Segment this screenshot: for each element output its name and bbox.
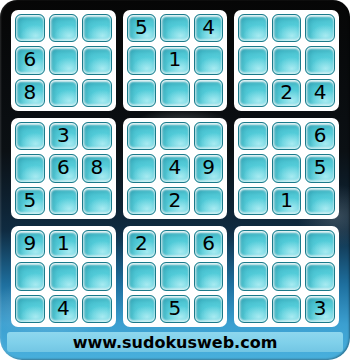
- given-digit: 1: [169, 49, 182, 69]
- cell-r2c5[interactable]: 1: [160, 46, 190, 74]
- cell-r5c6[interactable]: 9: [194, 154, 224, 182]
- cell-r7c8[interactable]: [272, 230, 302, 258]
- cell-r5c8[interactable]: [272, 154, 302, 182]
- cell-r1c6[interactable]: 4: [194, 14, 224, 42]
- cell-r1c8[interactable]: [272, 14, 302, 42]
- cell-r8c8[interactable]: [272, 262, 302, 290]
- cell-r1c5[interactable]: [160, 14, 190, 42]
- given-digit: 9: [202, 157, 215, 177]
- cell-r6c3[interactable]: [82, 187, 112, 215]
- given-digit: 4: [57, 298, 70, 318]
- cell-r9c7[interactable]: [238, 295, 268, 323]
- cell-r9c3[interactable]: [82, 295, 112, 323]
- cell-r9c8[interactable]: [272, 295, 302, 323]
- cell-r8c6[interactable]: [194, 262, 224, 290]
- given-digit: 8: [91, 157, 104, 177]
- cell-r1c3[interactable]: [82, 14, 112, 42]
- cell-r5c3[interactable]: 8: [82, 154, 112, 182]
- cell-r9c1[interactable]: [15, 295, 45, 323]
- cell-r7c4[interactable]: 2: [127, 230, 157, 258]
- sudoku-board-frame: 685412436854926519142653 www.sudokusweb.…: [0, 0, 350, 360]
- cell-r9c9[interactable]: 3: [305, 295, 335, 323]
- cell-r7c5[interactable]: [160, 230, 190, 258]
- cell-r7c7[interactable]: [238, 230, 268, 258]
- footer-band: www.sudokusweb.com: [7, 332, 343, 352]
- cell-r8c4[interactable]: [127, 262, 157, 290]
- given-digit: 6: [23, 49, 36, 69]
- site-url-label: www.sudokusweb.com: [73, 333, 278, 352]
- cell-r2c2[interactable]: [49, 46, 79, 74]
- cell-r4c8[interactable]: [272, 122, 302, 150]
- given-digit: 3: [57, 125, 70, 145]
- cell-r3c5[interactable]: [160, 79, 190, 107]
- cell-r7c2[interactable]: 1: [49, 230, 79, 258]
- cell-r2c4[interactable]: [127, 46, 157, 74]
- given-digit: 2: [135, 233, 148, 253]
- cell-r2c9[interactable]: [305, 46, 335, 74]
- given-digit: 1: [57, 233, 70, 253]
- cell-r4c1[interactable]: [15, 122, 45, 150]
- cell-r2c7[interactable]: [238, 46, 268, 74]
- cell-r9c6[interactable]: [194, 295, 224, 323]
- given-digit: 3: [314, 298, 327, 318]
- cell-r3c6[interactable]: [194, 79, 224, 107]
- cell-r4c7[interactable]: [238, 122, 268, 150]
- box-2-2: 492: [123, 118, 228, 219]
- cell-r2c8[interactable]: [272, 46, 302, 74]
- cell-r8c5[interactable]: [160, 262, 190, 290]
- cell-r5c4[interactable]: [127, 154, 157, 182]
- cell-r8c7[interactable]: [238, 262, 268, 290]
- cell-r2c3[interactable]: [82, 46, 112, 74]
- box-1-3: 24: [234, 10, 339, 111]
- given-digit: 9: [23, 233, 36, 253]
- given-digit: 6: [202, 233, 215, 253]
- given-digit: 4: [314, 82, 327, 102]
- box-2-3: 651: [234, 118, 339, 219]
- given-digit: 5: [169, 298, 182, 318]
- cell-r3c4[interactable]: [127, 79, 157, 107]
- cell-r5c5[interactable]: 4: [160, 154, 190, 182]
- given-digit: 2: [169, 190, 182, 210]
- given-digit: 6: [314, 125, 327, 145]
- cell-r7c6[interactable]: 6: [194, 230, 224, 258]
- cell-r9c2[interactable]: 4: [49, 295, 79, 323]
- cell-r2c1[interactable]: 6: [15, 46, 45, 74]
- cell-r1c7[interactable]: [238, 14, 268, 42]
- cell-r5c7[interactable]: [238, 154, 268, 182]
- cell-r5c9[interactable]: 5: [305, 154, 335, 182]
- cell-r6c1[interactable]: 5: [15, 187, 45, 215]
- given-digit: 4: [202, 17, 215, 37]
- cell-r6c4[interactable]: [127, 187, 157, 215]
- cell-r6c9[interactable]: [305, 187, 335, 215]
- cell-r9c5[interactable]: 5: [160, 295, 190, 323]
- cell-r1c1[interactable]: [15, 14, 45, 42]
- given-digit: 1: [280, 190, 293, 210]
- cell-r4c2[interactable]: 3: [49, 122, 79, 150]
- given-digit: 2: [280, 82, 293, 102]
- cell-r8c9[interactable]: [305, 262, 335, 290]
- cell-r5c2[interactable]: 6: [49, 154, 79, 182]
- box-1-1: 68: [11, 10, 116, 111]
- cell-r3c9[interactable]: 4: [305, 79, 335, 107]
- given-digit: 5: [135, 17, 148, 37]
- cell-r7c3[interactable]: [82, 230, 112, 258]
- cell-r4c5[interactable]: [160, 122, 190, 150]
- cell-r6c8[interactable]: 1: [272, 187, 302, 215]
- cell-r8c3[interactable]: [82, 262, 112, 290]
- cell-r4c4[interactable]: [127, 122, 157, 150]
- box-3-2: 265: [123, 226, 228, 327]
- cell-r3c7[interactable]: [238, 79, 268, 107]
- cell-r7c1[interactable]: 9: [15, 230, 45, 258]
- box-3-1: 914: [11, 226, 116, 327]
- cell-r3c8[interactable]: 2: [272, 79, 302, 107]
- cell-r4c6[interactable]: [194, 122, 224, 150]
- cell-r6c7[interactable]: [238, 187, 268, 215]
- cell-r1c9[interactable]: [305, 14, 335, 42]
- cell-r6c6[interactable]: [194, 187, 224, 215]
- cell-r3c2[interactable]: [49, 79, 79, 107]
- cell-r3c3[interactable]: [82, 79, 112, 107]
- given-digit: 5: [314, 157, 327, 177]
- cell-r4c3[interactable]: [82, 122, 112, 150]
- box-1-2: 541: [123, 10, 228, 111]
- given-digit: 4: [169, 157, 182, 177]
- given-digit: 8: [23, 82, 36, 102]
- cell-r6c2[interactable]: [49, 187, 79, 215]
- cell-r2c6[interactable]: [194, 46, 224, 74]
- box-2-1: 3685: [11, 118, 116, 219]
- cell-r7c9[interactable]: [305, 230, 335, 258]
- cell-r1c2[interactable]: [49, 14, 79, 42]
- box-3-3: 3: [234, 226, 339, 327]
- cell-r9c4[interactable]: [127, 295, 157, 323]
- cell-r5c1[interactable]: [15, 154, 45, 182]
- cell-r4c9[interactable]: 6: [305, 122, 335, 150]
- sudoku-widget: 685412436854926519142653 www.sudokusweb.…: [0, 0, 350, 360]
- given-digit: 5: [23, 190, 36, 210]
- cell-r3c1[interactable]: 8: [15, 79, 45, 107]
- cell-r1c4[interactable]: 5: [127, 14, 157, 42]
- cell-r6c5[interactable]: 2: [160, 187, 190, 215]
- given-digit: 6: [57, 157, 70, 177]
- cell-r8c1[interactable]: [15, 262, 45, 290]
- sudoku-grid: 685412436854926519142653: [11, 10, 339, 327]
- cell-r8c2[interactable]: [49, 262, 79, 290]
